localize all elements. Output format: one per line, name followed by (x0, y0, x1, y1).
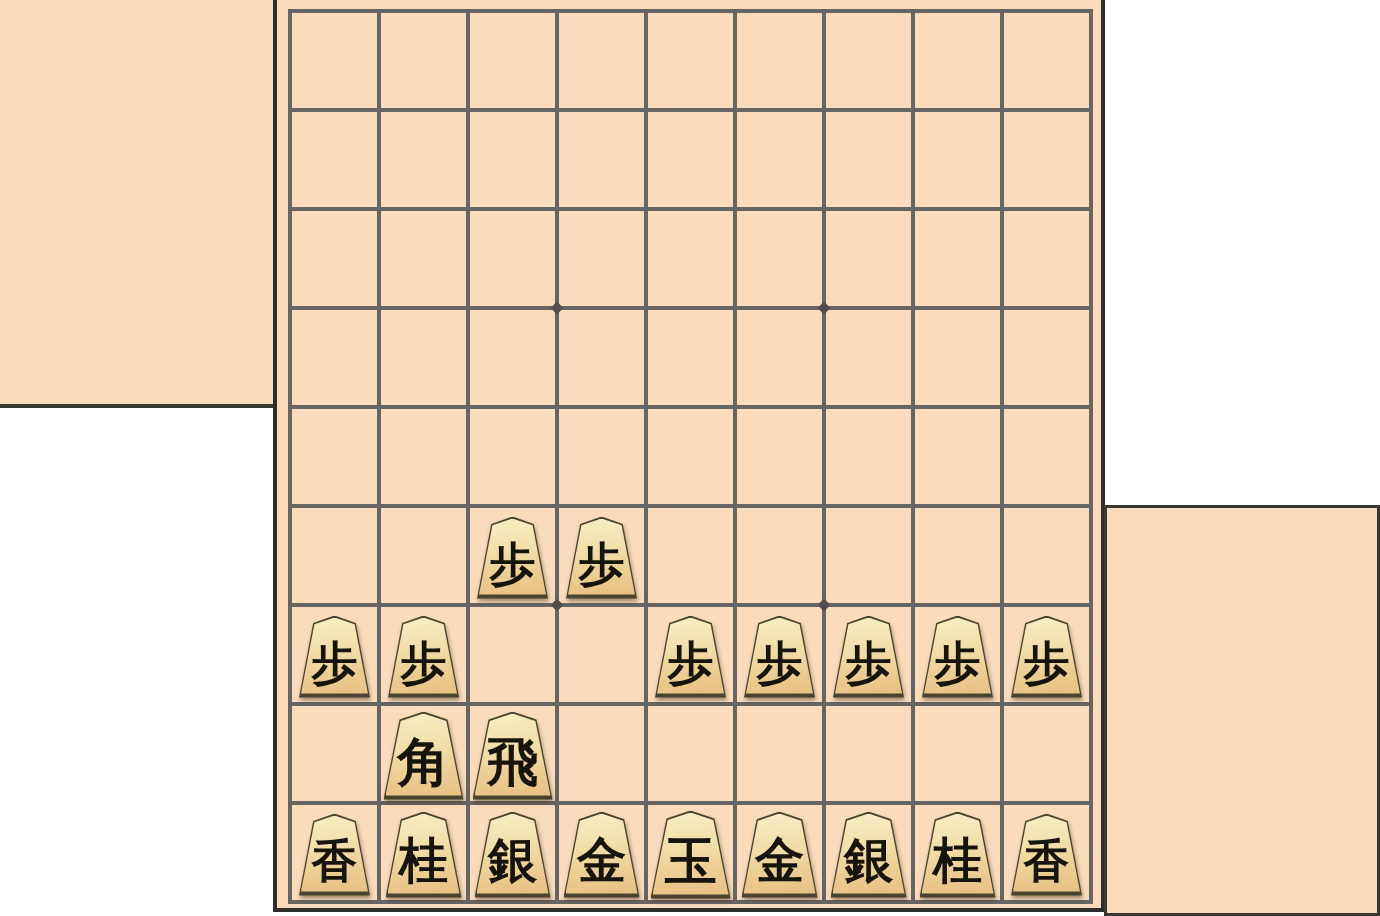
square-9b[interactable] (292, 112, 377, 207)
koma-kanji: 銀 (844, 824, 893, 885)
koma-kyo-lance[interactable]: 香 (299, 814, 370, 896)
koma-kanji: 歩 (757, 628, 803, 686)
square-9c[interactable] (292, 211, 377, 306)
square-3f[interactable] (826, 508, 911, 603)
koma-kanji: 桂 (933, 824, 982, 885)
square-1b[interactable] (1004, 112, 1089, 207)
square-8c[interactable] (381, 211, 466, 306)
koma-fu-pawn[interactable]: 歩 (388, 616, 459, 698)
square-5d[interactable] (648, 310, 733, 405)
koma-fu-pawn[interactable]: 歩 (744, 616, 815, 698)
koma-kanji: 桂 (399, 824, 448, 885)
square-8e[interactable] (381, 409, 466, 504)
shogi-board: 歩歩歩歩歩歩歩歩歩角飛香桂銀金玉金銀桂香 (273, 0, 1105, 912)
square-7e[interactable] (470, 409, 555, 504)
koma-kanji: 歩 (668, 628, 714, 686)
square-7i[interactable]: 銀 (470, 805, 555, 900)
koma-kanji: 飛 (487, 724, 539, 788)
koma-kanji: 香 (1024, 826, 1070, 884)
koma-kei-knight[interactable]: 桂 (386, 812, 462, 898)
square-1c[interactable] (1004, 211, 1089, 306)
square-2f[interactable] (915, 508, 1000, 603)
square-6b[interactable] (559, 112, 644, 207)
square-5c[interactable] (648, 211, 733, 306)
koma-hisha-rook[interactable]: 飛 (473, 712, 553, 800)
koma-kanji: 歩 (490, 529, 536, 587)
square-8i[interactable]: 桂 (381, 805, 466, 900)
koma-kanji: 歩 (846, 628, 892, 686)
square-8g[interactable]: 歩 (381, 607, 466, 702)
square-8b[interactable] (381, 112, 466, 207)
koma-kanji: 銀 (488, 824, 537, 885)
square-1f[interactable] (1004, 508, 1089, 603)
square-6a[interactable] (559, 13, 644, 108)
square-9f[interactable] (292, 508, 377, 603)
square-1d[interactable] (1004, 310, 1089, 405)
koma-fu-pawn[interactable]: 歩 (477, 517, 548, 599)
koma-kaku-bishop[interactable]: 角 (384, 712, 464, 800)
square-3i[interactable]: 銀 (826, 805, 911, 900)
square-8a[interactable] (381, 13, 466, 108)
koma-fu-pawn[interactable]: 歩 (655, 616, 726, 698)
square-6f[interactable]: 歩 (559, 508, 644, 603)
square-4i[interactable]: 金 (737, 805, 822, 900)
square-1h[interactable] (1004, 706, 1089, 801)
koma-kanji: 歩 (401, 628, 447, 686)
square-2g[interactable]: 歩 (915, 607, 1000, 702)
square-6c[interactable] (559, 211, 644, 306)
koma-kanji: 歩 (1024, 628, 1070, 686)
square-3a[interactable] (826, 13, 911, 108)
koma-kanji: 歩 (312, 628, 358, 686)
square-1e[interactable] (1004, 409, 1089, 504)
square-8d[interactable] (381, 310, 466, 405)
square-8h[interactable]: 角 (381, 706, 466, 801)
square-3g[interactable]: 歩 (826, 607, 911, 702)
gote-hand-tray[interactable] (0, 0, 277, 408)
square-2a[interactable] (915, 13, 1000, 108)
square-1g[interactable]: 歩 (1004, 607, 1089, 702)
koma-fu-pawn[interactable]: 歩 (299, 616, 370, 698)
square-9g[interactable]: 歩 (292, 607, 377, 702)
square-4g[interactable]: 歩 (737, 607, 822, 702)
square-2d[interactable] (915, 310, 1000, 405)
square-5a[interactable] (648, 13, 733, 108)
square-5b[interactable] (648, 112, 733, 207)
square-7b[interactable] (470, 112, 555, 207)
koma-kyo-lance[interactable]: 香 (1011, 814, 1082, 896)
koma-fu-pawn[interactable]: 歩 (1011, 616, 1082, 698)
koma-kanji: 歩 (579, 529, 625, 587)
square-3b[interactable] (826, 112, 911, 207)
square-5g[interactable]: 歩 (648, 607, 733, 702)
square-8f[interactable] (381, 508, 466, 603)
square-9a[interactable] (292, 13, 377, 108)
square-9i[interactable]: 香 (292, 805, 377, 900)
koma-kei-knight[interactable]: 桂 (920, 812, 996, 898)
square-1i[interactable]: 香 (1004, 805, 1089, 900)
board-grid: 歩歩歩歩歩歩歩歩歩角飛香桂銀金玉金銀桂香 (288, 9, 1093, 904)
koma-gin-silver[interactable]: 銀 (831, 812, 907, 898)
square-7c[interactable] (470, 211, 555, 306)
square-2h[interactable] (915, 706, 1000, 801)
square-7a[interactable] (470, 13, 555, 108)
square-4h[interactable] (737, 706, 822, 801)
koma-fu-pawn[interactable]: 歩 (833, 616, 904, 698)
square-6d[interactable] (559, 310, 644, 405)
koma-gyoku-king[interactable]: 玉 (651, 811, 731, 899)
koma-kin-gold[interactable]: 金 (742, 812, 818, 898)
square-7g[interactable] (470, 607, 555, 702)
square-6g[interactable] (559, 607, 644, 702)
square-9e[interactable] (292, 409, 377, 504)
square-6i[interactable]: 金 (559, 805, 644, 900)
square-3d[interactable] (826, 310, 911, 405)
koma-kanji: 角 (398, 724, 450, 788)
square-2i[interactable]: 桂 (915, 805, 1000, 900)
square-4d[interactable] (737, 310, 822, 405)
koma-gin-silver[interactable]: 銀 (475, 812, 551, 898)
square-4a[interactable] (737, 13, 822, 108)
square-6e[interactable] (559, 409, 644, 504)
square-2b[interactable] (915, 112, 1000, 207)
square-4f[interactable] (737, 508, 822, 603)
square-5h[interactable] (648, 706, 733, 801)
square-9h[interactable] (292, 706, 377, 801)
square-4e[interactable] (737, 409, 822, 504)
square-6h[interactable] (559, 706, 644, 801)
koma-kanji: 香 (312, 826, 358, 884)
koma-fu-pawn[interactable]: 歩 (566, 517, 637, 599)
koma-fu-pawn[interactable]: 歩 (922, 616, 993, 698)
koma-kanji: 歩 (935, 628, 981, 686)
square-4b[interactable] (737, 112, 822, 207)
square-1a[interactable] (1004, 13, 1089, 108)
square-5i[interactable]: 玉 (648, 805, 733, 900)
square-7f[interactable]: 歩 (470, 508, 555, 603)
square-7d[interactable] (470, 310, 555, 405)
square-3h[interactable] (826, 706, 911, 801)
square-7h[interactable]: 飛 (470, 706, 555, 801)
sente-hand-tray[interactable] (1104, 505, 1380, 916)
square-3c[interactable] (826, 211, 911, 306)
square-3e[interactable] (826, 409, 911, 504)
square-5f[interactable] (648, 508, 733, 603)
koma-kanji: 玉 (665, 823, 717, 887)
square-2e[interactable] (915, 409, 1000, 504)
square-5e[interactable] (648, 409, 733, 504)
koma-kanji: 金 (577, 824, 626, 885)
square-2c[interactable] (915, 211, 1000, 306)
square-4c[interactable] (737, 211, 822, 306)
koma-kin-gold[interactable]: 金 (564, 812, 640, 898)
koma-kanji: 金 (755, 824, 804, 885)
square-9d[interactable] (292, 310, 377, 405)
